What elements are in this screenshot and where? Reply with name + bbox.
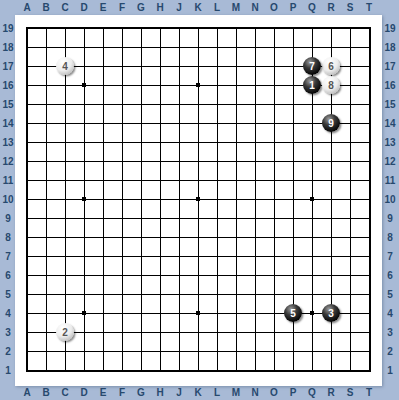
coord-label-left-12: 12 (0, 152, 16, 171)
coord-label-top-E: E (94, 0, 113, 15)
coord-label-right-1: 1 (381, 361, 399, 380)
coord-label-bottom-K: K (189, 385, 208, 400)
row-labels-right: 19181716151413121110987654321 (381, 19, 399, 380)
row-labels-left: 19181716151413121110987654321 (0, 19, 16, 380)
coord-label-left-3: 3 (0, 323, 16, 342)
coord-label-left-18: 18 (0, 38, 16, 57)
coord-label-left-13: 13 (0, 133, 16, 152)
stone-black-7-Q17: 7 (303, 57, 321, 75)
coord-label-left-6: 6 (0, 266, 16, 285)
coord-label-top-A: A (18, 0, 37, 15)
coord-label-top-Q: Q (303, 0, 322, 15)
coord-label-bottom-R: R (322, 385, 341, 400)
coord-label-top-D: D (75, 0, 94, 15)
coord-label-left-5: 5 (0, 285, 16, 304)
coord-label-right-6: 6 (381, 266, 399, 285)
coord-label-right-11: 11 (381, 171, 399, 190)
coord-label-left-16: 16 (0, 76, 16, 95)
stone-black-9-R14: 9 (322, 114, 340, 132)
stone-white-8-R16: 8 (322, 76, 340, 94)
coord-label-top-N: N (246, 0, 265, 15)
coord-label-top-L: L (208, 0, 227, 15)
coord-label-left-1: 1 (0, 361, 16, 380)
column-labels-bottom: ABCDEFGHJKLMNOPQRST (18, 385, 379, 400)
stone-black-1-Q16: 1 (303, 76, 321, 94)
coord-label-left-4: 4 (0, 304, 16, 323)
stone-black-5-P4: 5 (284, 304, 302, 322)
coord-label-top-O: O (265, 0, 284, 15)
coord-label-top-F: F (113, 0, 132, 15)
coord-label-left-8: 8 (0, 228, 16, 247)
coord-label-top-P: P (284, 0, 303, 15)
coord-label-right-13: 13 (381, 133, 399, 152)
coord-label-right-10: 10 (381, 190, 399, 209)
coord-label-right-15: 15 (381, 95, 399, 114)
coord-label-bottom-C: C (56, 385, 75, 400)
coord-label-top-H: H (151, 0, 170, 15)
coord-label-bottom-J: J (170, 385, 189, 400)
coord-label-right-2: 2 (381, 342, 399, 361)
coord-label-left-2: 2 (0, 342, 16, 361)
stone-white-4-C17: 4 (56, 57, 74, 75)
coord-label-right-19: 19 (381, 19, 399, 38)
coord-label-left-9: 9 (0, 209, 16, 228)
coord-label-right-16: 16 (381, 76, 399, 95)
coord-label-right-8: 8 (381, 228, 399, 247)
coord-label-bottom-S: S (341, 385, 360, 400)
coord-label-bottom-G: G (132, 385, 151, 400)
go-board-diagram: ABCDEFGHJKLMNOPQRST ABCDEFGHJKLMNOPQRST … (0, 0, 399, 400)
coord-label-bottom-O: O (265, 385, 284, 400)
coord-label-left-11: 11 (0, 171, 16, 190)
coord-label-right-4: 4 (381, 304, 399, 323)
coord-label-left-7: 7 (0, 247, 16, 266)
coord-label-top-G: G (132, 0, 151, 15)
coord-label-bottom-L: L (208, 385, 227, 400)
coord-label-bottom-T: T (360, 385, 379, 400)
coord-label-top-R: R (322, 0, 341, 15)
coord-label-top-T: T (360, 0, 379, 15)
stone-black-3-R4: 3 (322, 304, 340, 322)
coord-label-right-17: 17 (381, 57, 399, 76)
coord-label-bottom-B: B (37, 385, 56, 400)
coord-label-bottom-A: A (18, 385, 37, 400)
coord-label-bottom-D: D (75, 385, 94, 400)
coord-label-right-7: 7 (381, 247, 399, 266)
coord-label-right-3: 3 (381, 323, 399, 342)
coord-label-bottom-P: P (284, 385, 303, 400)
coord-label-right-18: 18 (381, 38, 399, 57)
coord-label-bottom-N: N (246, 385, 265, 400)
coord-label-left-15: 15 (0, 95, 16, 114)
coord-label-bottom-F: F (113, 385, 132, 400)
coord-label-top-J: J (170, 0, 189, 15)
coord-label-top-C: C (56, 0, 75, 15)
coord-label-bottom-M: M (227, 385, 246, 400)
coord-label-left-10: 10 (0, 190, 16, 209)
coord-label-left-17: 17 (0, 57, 16, 76)
coord-label-right-5: 5 (381, 285, 399, 304)
coord-label-right-9: 9 (381, 209, 399, 228)
coord-label-top-S: S (341, 0, 360, 15)
coord-label-top-K: K (189, 0, 208, 15)
coord-label-bottom-H: H (151, 385, 170, 400)
column-labels-top: ABCDEFGHJKLMNOPQRST (18, 0, 379, 15)
stone-white-6-R17: 6 (322, 57, 340, 75)
coord-label-top-B: B (37, 0, 56, 15)
coord-label-left-14: 14 (0, 114, 16, 133)
coord-label-bottom-Q: Q (303, 385, 322, 400)
coord-label-left-19: 19 (0, 19, 16, 38)
coord-label-bottom-E: E (94, 385, 113, 400)
coord-label-right-12: 12 (381, 152, 399, 171)
stone-white-2-C3: 2 (56, 323, 74, 341)
stones-layer: 123456789 (18, 19, 379, 380)
coord-label-right-14: 14 (381, 114, 399, 133)
coord-label-top-M: M (227, 0, 246, 15)
